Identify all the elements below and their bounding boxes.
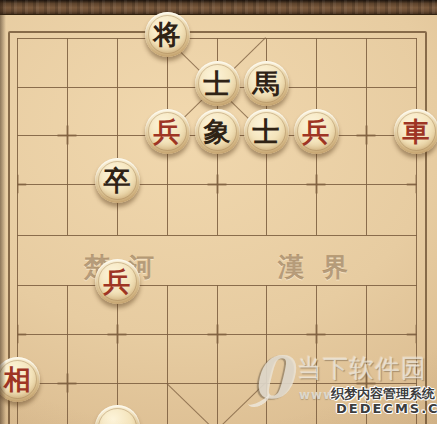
grid-line (416, 38, 417, 424)
piece-red-soldier[interactable]: 兵 (294, 109, 339, 154)
grid-line (67, 285, 68, 424)
piece-black-horse[interactable]: 馬 (244, 61, 289, 106)
piece-black-advisor[interactable]: 士 (244, 109, 289, 154)
screenshot-root: 楚河 漢界 将士馬兵象士兵車卒兵相 0 当下软件园 www. 织梦内容管理系统 … (0, 0, 437, 424)
point-marker (108, 325, 127, 344)
grid-line (117, 38, 118, 235)
wood-bar (0, 0, 437, 15)
piece-black-advisor[interactable]: 士 (195, 61, 240, 106)
piece-glyph: 士 (204, 70, 231, 97)
piece-glyph: 車 (403, 118, 430, 145)
piece-red-soldier[interactable]: 兵 (145, 109, 190, 154)
point-marker (58, 374, 77, 393)
xiangqi-board[interactable]: 楚河 漢界 将士馬兵象士兵車卒兵相 (0, 0, 437, 424)
piece-black-elephant[interactable]: 象 (195, 109, 240, 154)
grid-line (17, 235, 417, 236)
piece-glyph: 兵 (104, 268, 131, 295)
piece-glyph: 馬 (253, 70, 280, 97)
piece-red-elephant[interactable]: 相 (0, 357, 40, 402)
piece-glyph: 将 (154, 21, 181, 48)
point-marker (58, 126, 77, 145)
point-marker (208, 325, 227, 344)
point-marker (307, 175, 326, 194)
piece-glyph: 士 (253, 118, 280, 145)
piece-red-soldier[interactable]: 兵 (95, 259, 140, 304)
piece-glyph: 象 (204, 118, 231, 145)
point-marker (357, 374, 376, 393)
piece-glyph: 兵 (303, 118, 330, 145)
grid-line (366, 285, 367, 424)
piece-glyph: 兵 (154, 118, 181, 145)
point-marker (307, 325, 326, 344)
grid-line (266, 285, 267, 424)
piece-red-chariot[interactable]: 車 (394, 109, 437, 154)
grid-line (167, 285, 168, 424)
grid-line (217, 285, 218, 424)
point-marker (357, 126, 376, 145)
grid-line (316, 285, 317, 424)
piece-black-soldier[interactable]: 卒 (95, 158, 140, 203)
piece-glyph: 卒 (104, 167, 131, 194)
river-label-right: 漢界 (278, 250, 366, 285)
grid-line (117, 285, 118, 424)
piece-glyph: 相 (4, 366, 31, 393)
point-marker (208, 175, 227, 194)
piece-black-general[interactable]: 将 (145, 12, 190, 57)
